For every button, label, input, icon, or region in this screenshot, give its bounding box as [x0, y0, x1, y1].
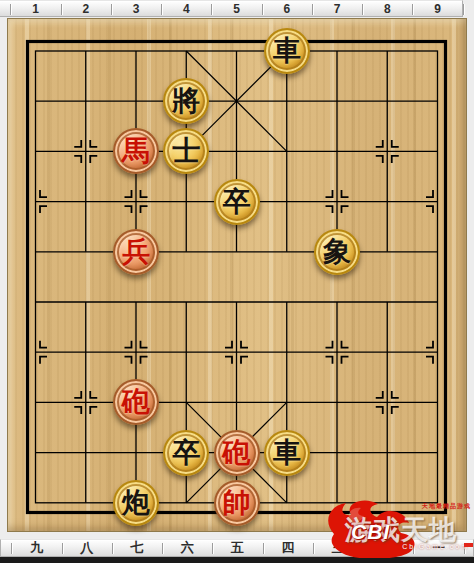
ruler-tick — [112, 543, 113, 554]
ruler-tick — [211, 4, 212, 15]
file-number-label: 5 — [233, 2, 240, 14]
file-number-label: 1 — [32, 2, 39, 14]
file-numeral-label: 四 — [281, 541, 294, 554]
ruler-tick — [312, 4, 313, 15]
red-soldier[interactable]: 兵 — [113, 229, 159, 275]
black-chariot[interactable]: 車 — [264, 28, 310, 74]
top-ruler: 123456789 — [0, 0, 463, 17]
file-numeral-label: 五 — [231, 541, 244, 554]
ruler-tick — [62, 543, 63, 554]
ruler-tick — [10, 4, 11, 15]
bottom-ruler: 九八七六五四三二一 — [0, 539, 474, 557]
red-cannon[interactable]: 砲 — [214, 430, 260, 476]
red-general[interactable]: 帥 — [214, 480, 260, 526]
file-numeral-label: 三 — [332, 541, 345, 554]
file-number-label: 4 — [183, 2, 190, 14]
ruler-tick — [161, 4, 162, 15]
file-number-label: 3 — [133, 2, 140, 14]
black-soldier[interactable]: 卒 — [214, 179, 260, 225]
ruler-tick — [412, 4, 413, 15]
ruler-tick — [413, 543, 414, 554]
bottom-dark-strip — [0, 557, 474, 563]
ruler-tick — [463, 4, 464, 15]
file-number-label: 9 — [434, 2, 441, 14]
file-numeral-label: 二 — [382, 541, 395, 554]
file-numeral-label: 七 — [131, 541, 144, 554]
ruler-tick — [263, 543, 264, 554]
ruler-tick — [262, 4, 263, 15]
file-number-label: 2 — [82, 2, 89, 14]
ruler-tick — [362, 4, 363, 15]
black-elephant[interactable]: 象 — [314, 229, 360, 275]
ruler-tick — [313, 543, 314, 554]
ruler-red-marker — [464, 543, 473, 547]
ruler-tick — [162, 543, 163, 554]
file-number-label: 8 — [384, 2, 391, 14]
ruler-tick — [61, 4, 62, 15]
file-numeral-label: 九 — [30, 541, 43, 554]
file-numeral-label: 八 — [80, 541, 93, 554]
ruler-tick — [212, 543, 213, 554]
file-number-label: 6 — [283, 2, 290, 14]
ruler-tick — [11, 543, 12, 554]
file-number-label: 7 — [334, 2, 341, 14]
file-numeral-label: 一 — [432, 541, 445, 554]
black-cannon[interactable]: 炮 — [113, 480, 159, 526]
black-soldier[interactable]: 卒 — [163, 430, 209, 476]
file-numeral-label: 六 — [181, 541, 194, 554]
black-chariot[interactable]: 車 — [264, 430, 310, 476]
ruler-tick — [111, 4, 112, 15]
ruler-tick — [363, 543, 364, 554]
